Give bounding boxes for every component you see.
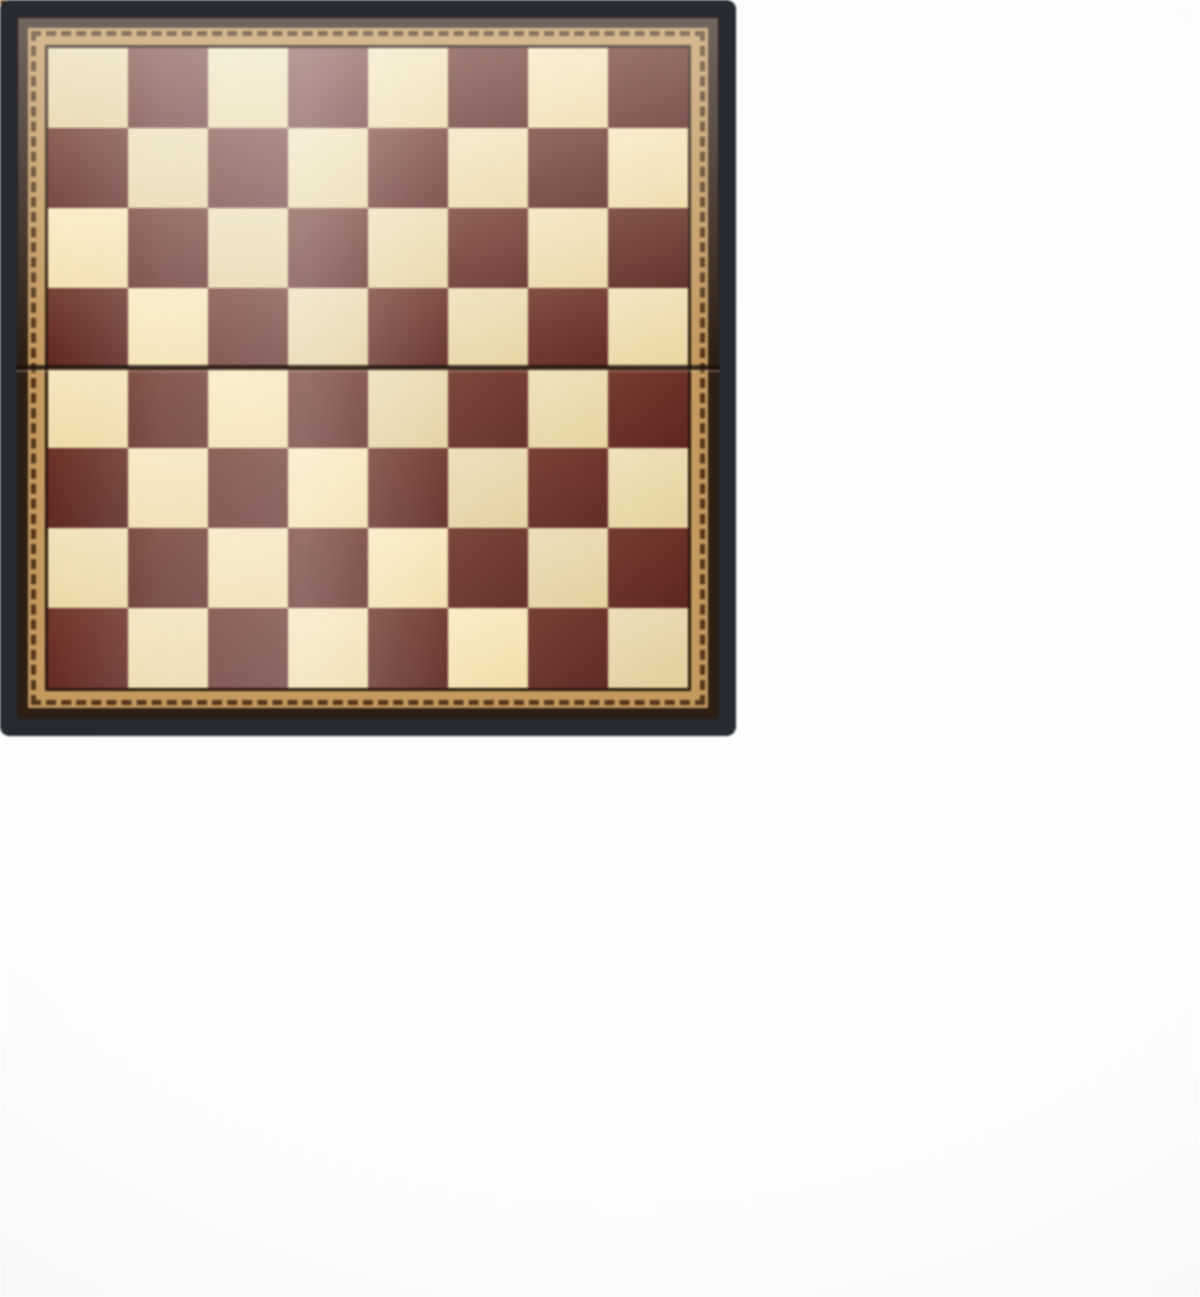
product-photo: ♜♞♝♛♚♝♞♜♟♟♟♟♟♟♟♟♟♟♟♟♟♟♟♟♜♞♝♛♚♝♞♜	[0, 0, 1200, 1297]
pieces-layer: ♜♞♝♛♚♝♞♜♟♟♟♟♟♟♟♟♟♟♟♟♟♟♟♟♜♞♝♛♚♝♞♜	[0, 0, 1200, 1297]
white-rook-h1: ♜	[0, 0, 5, 3]
